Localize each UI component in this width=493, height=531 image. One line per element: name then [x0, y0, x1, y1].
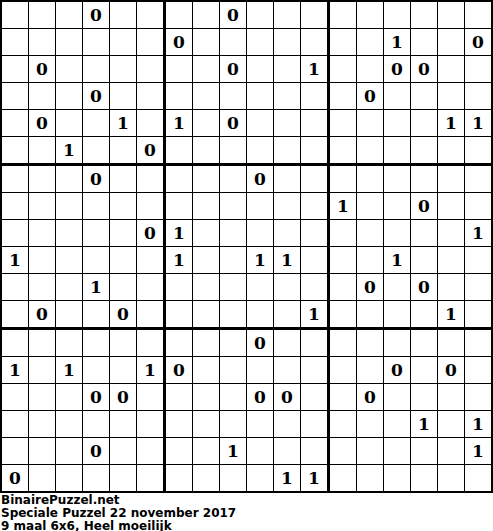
empty-cell-r13c12[interactable]	[330, 357, 356, 383]
empty-cell-r16c4[interactable]	[110, 438, 136, 464]
empty-cell-r16c13[interactable]	[357, 438, 383, 464]
empty-cell-r4c12[interactable]	[330, 110, 356, 136]
empty-cell-r1c1[interactable]	[29, 29, 55, 55]
empty-cell-r3c12[interactable]	[330, 83, 356, 109]
empty-cell-r6c5[interactable]	[137, 166, 163, 192]
empty-cell-r11c15[interactable]	[411, 301, 437, 327]
empty-cell-r6c17[interactable]	[465, 166, 491, 192]
empty-cell-r15c1[interactable]	[29, 411, 55, 437]
empty-cell-r8c14[interactable]	[384, 220, 410, 246]
empty-cell-r13c4[interactable]	[110, 357, 136, 383]
empty-cell-r8c4[interactable]	[110, 220, 136, 246]
empty-cell-r16c12[interactable]	[330, 438, 356, 464]
empty-cell-r5c7[interactable]	[193, 137, 219, 163]
empty-cell-r15c8[interactable]	[220, 411, 246, 437]
empty-cell-r17c3[interactable]	[83, 465, 109, 491]
empty-cell-r11c5[interactable]	[137, 301, 163, 327]
given-cell-r13c0: 1	[2, 357, 28, 383]
empty-cell-r4c13[interactable]	[357, 110, 383, 136]
empty-cell-r1c5[interactable]	[137, 29, 163, 55]
empty-cell-r12c10[interactable]	[274, 330, 300, 356]
empty-cell-r0c16[interactable]	[438, 2, 464, 28]
empty-cell-r10c14[interactable]	[384, 274, 410, 300]
empty-cell-r1c3[interactable]	[83, 29, 109, 55]
empty-cell-r14c7[interactable]	[193, 384, 219, 410]
empty-cell-r11c7[interactable]	[193, 301, 219, 327]
empty-cell-r6c10[interactable]	[274, 166, 300, 192]
empty-cell-r15c2[interactable]	[56, 411, 82, 437]
empty-cell-r12c15[interactable]	[411, 330, 437, 356]
empty-cell-r2c16[interactable]	[438, 56, 464, 82]
empty-cell-r3c6[interactable]	[166, 83, 192, 109]
given-cell-r13c2: 1	[56, 357, 82, 383]
empty-cell-r1c15[interactable]	[411, 29, 437, 55]
empty-cell-r16c2[interactable]	[56, 438, 82, 464]
empty-cell-r12c2[interactable]	[56, 330, 82, 356]
empty-cell-r0c7[interactable]	[193, 2, 219, 28]
empty-cell-r14c16[interactable]	[438, 384, 464, 410]
empty-cell-r5c10[interactable]	[274, 137, 300, 163]
empty-cell-r1c0[interactable]	[2, 29, 28, 55]
empty-cell-r5c8[interactable]	[220, 137, 246, 163]
block-0-1: 000110	[166, 2, 327, 163]
empty-cell-r12c3[interactable]	[83, 330, 109, 356]
empty-cell-r16c16[interactable]	[438, 438, 464, 464]
empty-cell-r3c15[interactable]	[411, 83, 437, 109]
empty-cell-r17c17[interactable]	[465, 465, 491, 491]
empty-cell-r9c13[interactable]	[357, 247, 383, 273]
empty-cell-r5c14[interactable]	[384, 137, 410, 163]
empty-cell-r3c7[interactable]	[193, 83, 219, 109]
empty-cell-r16c15[interactable]	[411, 438, 437, 464]
empty-cell-r9c17[interactable]	[465, 247, 491, 273]
empty-cell-r5c11[interactable]	[301, 137, 327, 163]
empty-cell-r12c4[interactable]	[110, 330, 136, 356]
given-cell-r2c14: 0	[384, 56, 410, 82]
empty-cell-r9c11[interactable]	[301, 247, 327, 273]
empty-cell-r6c14[interactable]	[384, 166, 410, 192]
given-cell-r8c5: 0	[137, 220, 163, 246]
empty-cell-r5c17[interactable]	[465, 137, 491, 163]
empty-cell-r17c9[interactable]	[247, 465, 273, 491]
empty-cell-r17c6[interactable]	[166, 465, 192, 491]
empty-cell-r6c16[interactable]	[438, 166, 464, 192]
empty-cell-r8c16[interactable]	[438, 220, 464, 246]
empty-cell-r6c13[interactable]	[357, 166, 383, 192]
empty-cell-r0c0[interactable]	[2, 2, 28, 28]
empty-cell-r0c17[interactable]	[465, 2, 491, 28]
empty-cell-r15c9[interactable]	[247, 411, 273, 437]
empty-cell-r9c16[interactable]	[438, 247, 464, 273]
given-cell-r14c3: 0	[83, 384, 109, 410]
empty-cell-r12c13[interactable]	[357, 330, 383, 356]
empty-cell-r10c6[interactable]	[166, 274, 192, 300]
empty-cell-r11c9[interactable]	[247, 301, 273, 327]
empty-cell-r5c16[interactable]	[438, 137, 464, 163]
empty-cell-r2c6[interactable]	[166, 56, 192, 82]
empty-cell-r7c0[interactable]	[2, 193, 28, 219]
empty-cell-r16c10[interactable]	[274, 438, 300, 464]
given-cell-r4c16: 1	[438, 110, 464, 136]
empty-cell-r14c12[interactable]	[330, 384, 356, 410]
empty-cell-r7c13[interactable]	[357, 193, 383, 219]
empty-cell-r6c7[interactable]	[193, 166, 219, 192]
given-cell-r2c15: 0	[411, 56, 437, 82]
empty-cell-r12c0[interactable]	[2, 330, 28, 356]
empty-cell-r16c5[interactable]	[137, 438, 163, 464]
empty-cell-r10c1[interactable]	[29, 274, 55, 300]
given-cell-r1c17: 0	[465, 29, 491, 55]
empty-cell-r10c10[interactable]	[274, 274, 300, 300]
empty-cell-r13c3[interactable]	[83, 357, 109, 383]
empty-cell-r6c11[interactable]	[301, 166, 327, 192]
empty-cell-r10c0[interactable]	[2, 274, 28, 300]
given-cell-r11c16: 1	[438, 301, 464, 327]
empty-cell-r17c15[interactable]	[411, 465, 437, 491]
empty-cell-r9c12[interactable]	[330, 247, 356, 273]
empty-cell-r4c10[interactable]	[274, 110, 300, 136]
empty-cell-r4c14[interactable]	[384, 110, 410, 136]
empty-cell-r12c11[interactable]	[301, 330, 327, 356]
empty-cell-r17c14[interactable]	[384, 465, 410, 491]
empty-cell-r13c17[interactable]	[465, 357, 491, 383]
empty-cell-r3c11[interactable]	[301, 83, 327, 109]
puzzle-footer: BinairePuzzel.net Speciale Puzzel 22 nov…	[0, 493, 493, 531]
empty-cell-r9c1[interactable]	[29, 247, 55, 273]
empty-cell-r0c13[interactable]	[357, 2, 383, 28]
empty-cell-r0c14[interactable]	[384, 2, 410, 28]
empty-cell-r17c4[interactable]	[110, 465, 136, 491]
empty-cell-r15c11[interactable]	[301, 411, 327, 437]
given-cell-r17c11: 1	[301, 465, 327, 491]
given-cell-r13c16: 0	[438, 357, 464, 383]
empty-cell-r2c10[interactable]	[274, 56, 300, 82]
empty-cell-r14c15[interactable]	[411, 384, 437, 410]
empty-cell-r4c2[interactable]	[56, 110, 82, 136]
empty-cell-r1c8[interactable]	[220, 29, 246, 55]
empty-cell-r10c5[interactable]	[137, 274, 163, 300]
empty-cell-r5c6[interactable]	[166, 137, 192, 163]
empty-cell-r1c9[interactable]	[247, 29, 273, 55]
empty-cell-r6c0[interactable]	[2, 166, 28, 192]
empty-cell-r10c16[interactable]	[438, 274, 464, 300]
empty-cell-r10c9[interactable]	[247, 274, 273, 300]
empty-cell-r12c6[interactable]	[166, 330, 192, 356]
empty-cell-r1c10[interactable]	[274, 29, 300, 55]
given-cell-r16c3: 0	[83, 438, 109, 464]
empty-cell-r15c10[interactable]	[274, 411, 300, 437]
empty-cell-r13c9[interactable]	[247, 357, 273, 383]
empty-cell-r7c17[interactable]	[465, 193, 491, 219]
empty-cell-r4c3[interactable]	[83, 110, 109, 136]
empty-cell-r9c5[interactable]	[137, 247, 163, 273]
empty-cell-r11c12[interactable]	[330, 301, 356, 327]
empty-cell-r0c5[interactable]	[137, 2, 163, 28]
empty-cell-r2c4[interactable]	[110, 56, 136, 82]
empty-cell-r16c6[interactable]	[166, 438, 192, 464]
empty-cell-r5c15[interactable]	[411, 137, 437, 163]
empty-cell-r3c9[interactable]	[247, 83, 273, 109]
empty-cell-r7c1[interactable]	[29, 193, 55, 219]
empty-cell-r6c4[interactable]	[110, 166, 136, 192]
given-cell-r9c9: 1	[247, 247, 273, 273]
empty-cell-r17c7[interactable]	[193, 465, 219, 491]
block-0-2: 1000011	[330, 2, 491, 163]
given-cell-r2c1: 0	[29, 56, 55, 82]
empty-cell-r3c16[interactable]	[438, 83, 464, 109]
empty-cell-r3c5[interactable]	[137, 83, 163, 109]
given-cell-r4c1: 0	[29, 110, 55, 136]
empty-cell-r9c8[interactable]	[220, 247, 246, 273]
empty-cell-r8c0[interactable]	[2, 220, 28, 246]
empty-cell-r15c0[interactable]	[2, 411, 28, 437]
given-cell-r6c9: 0	[247, 166, 273, 192]
empty-cell-r6c2[interactable]	[56, 166, 82, 192]
empty-cell-r0c2[interactable]	[56, 2, 82, 28]
empty-cell-r15c3[interactable]	[83, 411, 109, 437]
empty-cell-r13c11[interactable]	[301, 357, 327, 383]
given-cell-r14c13: 0	[357, 384, 383, 410]
empty-cell-r4c9[interactable]	[247, 110, 273, 136]
empty-cell-r2c5[interactable]	[137, 56, 163, 82]
empty-cell-r0c6[interactable]	[166, 2, 192, 28]
empty-cell-r8c15[interactable]	[411, 220, 437, 246]
empty-cell-r13c13[interactable]	[357, 357, 383, 383]
given-cell-r3c3: 0	[83, 83, 109, 109]
empty-cell-r1c13[interactable]	[357, 29, 383, 55]
empty-cell-r3c0[interactable]	[2, 83, 28, 109]
empty-cell-r9c7[interactable]	[193, 247, 219, 273]
given-cell-r10c13: 0	[357, 274, 383, 300]
empty-cell-r3c2[interactable]	[56, 83, 82, 109]
empty-cell-r12c7[interactable]	[193, 330, 219, 356]
empty-cell-r4c15[interactable]	[411, 110, 437, 136]
empty-cell-r8c8[interactable]	[220, 220, 246, 246]
empty-cell-r3c1[interactable]	[29, 83, 55, 109]
empty-cell-r15c7[interactable]	[193, 411, 219, 437]
empty-cell-r14c2[interactable]	[56, 384, 82, 410]
empty-cell-r7c9[interactable]	[247, 193, 273, 219]
empty-cell-r16c9[interactable]	[247, 438, 273, 464]
empty-cell-r11c10[interactable]	[274, 301, 300, 327]
empty-cell-r4c0[interactable]	[2, 110, 28, 136]
empty-cell-r3c4[interactable]	[110, 83, 136, 109]
empty-cell-r15c4[interactable]	[110, 411, 136, 437]
given-cell-r4c8: 0	[220, 110, 246, 136]
given-cell-r7c12: 1	[330, 193, 356, 219]
empty-cell-r5c12[interactable]	[330, 137, 356, 163]
empty-cell-r0c15[interactable]	[411, 2, 437, 28]
empty-cell-r5c13[interactable]	[357, 137, 383, 163]
empty-cell-r10c12[interactable]	[330, 274, 356, 300]
empty-cell-r14c14[interactable]	[384, 384, 410, 410]
empty-cell-r5c0[interactable]	[2, 137, 28, 163]
empty-cell-r4c7[interactable]	[193, 110, 219, 136]
empty-cell-r4c11[interactable]	[301, 110, 327, 136]
empty-cell-r14c6[interactable]	[166, 384, 192, 410]
empty-cell-r14c8[interactable]	[220, 384, 246, 410]
given-cell-r9c10: 1	[274, 247, 300, 273]
empty-cell-r16c0[interactable]	[2, 438, 28, 464]
empty-cell-r6c1[interactable]	[29, 166, 55, 192]
puzzle-difficulty: 9 maal 6x6, Heel moeilijk	[1, 520, 493, 531]
given-cell-r14c10: 0	[274, 384, 300, 410]
empty-cell-r16c1[interactable]	[29, 438, 55, 464]
empty-cell-r6c6[interactable]	[166, 166, 192, 192]
empty-cell-r15c14[interactable]	[384, 411, 410, 437]
empty-cell-r11c6[interactable]	[166, 301, 192, 327]
empty-cell-r11c2[interactable]	[56, 301, 82, 327]
empty-cell-r7c3[interactable]	[83, 193, 109, 219]
empty-cell-r7c5[interactable]	[137, 193, 163, 219]
empty-cell-r9c2[interactable]	[56, 247, 82, 273]
empty-cell-r17c16[interactable]	[438, 465, 464, 491]
empty-cell-r3c10[interactable]	[274, 83, 300, 109]
empty-cell-r5c4[interactable]	[110, 137, 136, 163]
empty-cell-r14c5[interactable]	[137, 384, 163, 410]
empty-cell-r2c12[interactable]	[330, 56, 356, 82]
empty-cell-r7c11[interactable]	[301, 193, 327, 219]
empty-cell-r13c10[interactable]	[274, 357, 300, 383]
empty-cell-r12c8[interactable]	[220, 330, 246, 356]
empty-cell-r2c0[interactable]	[2, 56, 28, 82]
empty-cell-r6c12[interactable]	[330, 166, 356, 192]
empty-cell-r3c8[interactable]	[220, 83, 246, 109]
empty-cell-r8c2[interactable]	[56, 220, 82, 246]
empty-cell-r11c14[interactable]	[384, 301, 410, 327]
empty-cell-r8c3[interactable]	[83, 220, 109, 246]
empty-cell-r8c9[interactable]	[247, 220, 273, 246]
empty-cell-r13c15[interactable]	[411, 357, 437, 383]
empty-cell-r5c9[interactable]	[247, 137, 273, 163]
empty-cell-r12c12[interactable]	[330, 330, 356, 356]
empty-cell-r1c12[interactable]	[330, 29, 356, 55]
empty-cell-r13c8[interactable]	[220, 357, 246, 383]
empty-cell-r16c11[interactable]	[301, 438, 327, 464]
empty-cell-r17c2[interactable]	[56, 465, 82, 491]
empty-cell-r10c7[interactable]	[193, 274, 219, 300]
given-cell-r1c6: 0	[166, 29, 192, 55]
empty-cell-r10c11[interactable]	[301, 274, 327, 300]
empty-cell-r0c10[interactable]	[274, 2, 300, 28]
empty-cell-r13c7[interactable]	[193, 357, 219, 383]
empty-cell-r14c0[interactable]	[2, 384, 28, 410]
empty-cell-r8c10[interactable]	[274, 220, 300, 246]
empty-cell-r0c1[interactable]	[29, 2, 55, 28]
empty-cell-r1c7[interactable]	[193, 29, 219, 55]
empty-cell-r9c4[interactable]	[110, 247, 136, 273]
empty-cell-r12c5[interactable]	[137, 330, 163, 356]
empty-cell-r11c0[interactable]	[2, 301, 28, 327]
empty-cell-r11c8[interactable]	[220, 301, 246, 327]
empty-cell-r7c16[interactable]	[438, 193, 464, 219]
empty-cell-r3c17[interactable]	[465, 83, 491, 109]
empty-cell-r7c4[interactable]	[110, 193, 136, 219]
given-cell-r2c11: 1	[301, 56, 327, 82]
empty-cell-r1c4[interactable]	[110, 29, 136, 55]
empty-cell-r16c7[interactable]	[193, 438, 219, 464]
empty-cell-r0c4[interactable]	[110, 2, 136, 28]
empty-cell-r5c1[interactable]	[29, 137, 55, 163]
empty-cell-r15c5[interactable]	[137, 411, 163, 437]
empty-cell-r1c2[interactable]	[56, 29, 82, 55]
given-cell-r17c0: 0	[2, 465, 28, 491]
empty-cell-r15c12[interactable]	[330, 411, 356, 437]
empty-cell-r14c17[interactable]	[465, 384, 491, 410]
empty-cell-r12c14[interactable]	[384, 330, 410, 356]
empty-cell-r17c8[interactable]	[220, 465, 246, 491]
empty-cell-r17c12[interactable]	[330, 465, 356, 491]
empty-cell-r6c8[interactable]	[220, 166, 246, 192]
empty-cell-r7c14[interactable]	[384, 193, 410, 219]
empty-cell-r10c8[interactable]	[220, 274, 246, 300]
given-cell-r1c14: 1	[384, 29, 410, 55]
empty-cell-r5c3[interactable]	[83, 137, 109, 163]
empty-cell-r15c6[interactable]	[166, 411, 192, 437]
empty-cell-r8c11[interactable]	[301, 220, 327, 246]
empty-cell-r15c16[interactable]	[438, 411, 464, 437]
empty-cell-r8c12[interactable]	[330, 220, 356, 246]
empty-cell-r7c10[interactable]	[274, 193, 300, 219]
empty-cell-r13c1[interactable]	[29, 357, 55, 383]
empty-cell-r7c2[interactable]	[56, 193, 82, 219]
empty-cell-r15c13[interactable]	[357, 411, 383, 437]
empty-cell-r7c8[interactable]	[220, 193, 246, 219]
empty-cell-r8c7[interactable]	[193, 220, 219, 246]
given-cell-r9c6: 1	[166, 247, 192, 273]
empty-cell-r11c17[interactable]	[465, 301, 491, 327]
empty-cell-r17c1[interactable]	[29, 465, 55, 491]
empty-cell-r2c2[interactable]	[56, 56, 82, 82]
empty-cell-r14c11[interactable]	[301, 384, 327, 410]
empty-cell-r2c9[interactable]	[247, 56, 273, 82]
empty-cell-r1c11[interactable]	[301, 29, 327, 55]
empty-cell-r12c16[interactable]	[438, 330, 464, 356]
empty-cell-r9c15[interactable]	[411, 247, 437, 273]
empty-cell-r0c9[interactable]	[247, 2, 273, 28]
empty-cell-r8c13[interactable]	[357, 220, 383, 246]
given-cell-r0c3: 0	[83, 2, 109, 28]
empty-cell-r7c6[interactable]	[166, 193, 192, 219]
empty-cell-r2c13[interactable]	[357, 56, 383, 82]
empty-cell-r3c14[interactable]	[384, 83, 410, 109]
empty-cell-r12c1[interactable]	[29, 330, 55, 356]
empty-cell-r12c17[interactable]	[465, 330, 491, 356]
empty-cell-r7c7[interactable]	[193, 193, 219, 219]
empty-cell-r2c17[interactable]	[465, 56, 491, 82]
empty-cell-r14c1[interactable]	[29, 384, 55, 410]
empty-cell-r16c14[interactable]	[384, 438, 410, 464]
empty-cell-r2c7[interactable]	[193, 56, 219, 82]
empty-cell-r8c1[interactable]	[29, 220, 55, 246]
empty-cell-r9c3[interactable]	[83, 247, 109, 273]
given-cell-r7c15: 0	[411, 193, 437, 219]
empty-cell-r2c3[interactable]	[83, 56, 109, 82]
empty-cell-r10c2[interactable]	[56, 274, 82, 300]
empty-cell-r0c12[interactable]	[330, 2, 356, 28]
empty-cell-r6c15[interactable]	[411, 166, 437, 192]
empty-cell-r11c13[interactable]	[357, 301, 383, 327]
empty-cell-r17c13[interactable]	[357, 465, 383, 491]
empty-cell-r10c4[interactable]	[110, 274, 136, 300]
empty-cell-r1c16[interactable]	[438, 29, 464, 55]
empty-cell-r11c3[interactable]	[83, 301, 109, 327]
empty-cell-r0c11[interactable]	[301, 2, 327, 28]
empty-cell-r17c5[interactable]	[137, 465, 163, 491]
given-cell-r9c0: 1	[2, 247, 28, 273]
empty-cell-r4c5[interactable]	[137, 110, 163, 136]
empty-cell-r10c17[interactable]	[465, 274, 491, 300]
